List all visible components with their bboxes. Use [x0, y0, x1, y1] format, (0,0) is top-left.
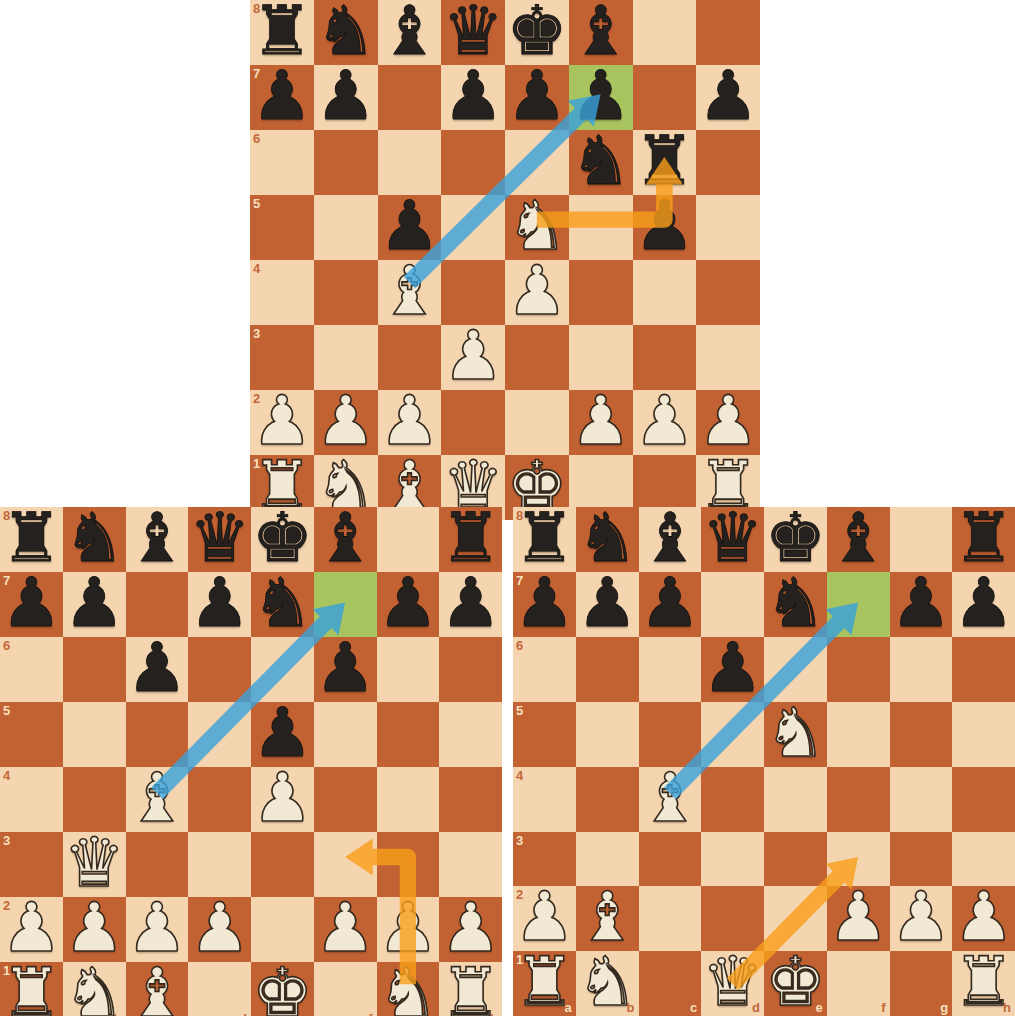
square-c2[interactable]	[639, 886, 702, 951]
rank-label-3: 3	[516, 834, 523, 847]
file-label-b: b	[627, 1001, 635, 1014]
square-c7[interactable]	[378, 65, 442, 130]
white-pawn-h2[interactable]: ♟	[953, 883, 1014, 951]
rank-label-7: 7	[516, 574, 523, 587]
white-pawn-g2[interactable]: ♟	[890, 883, 951, 951]
square-h7[interactable]: ♟	[696, 65, 760, 130]
square-a5[interactable]: 5	[513, 702, 576, 767]
rank-label-2: 2	[3, 899, 10, 912]
rank-label-6: 6	[253, 132, 260, 145]
black-pawn-f6[interactable]: ♟	[315, 634, 376, 702]
square-c4[interactable]: ♝	[126, 767, 189, 832]
black-knight-b8[interactable]: ♞	[64, 504, 125, 572]
file-label-c: c	[690, 1001, 697, 1014]
square-h1[interactable]: ♜h	[952, 951, 1015, 1016]
black-pawn-a7[interactable]: ♟	[251, 62, 312, 130]
black-pawn-h7[interactable]: ♟	[698, 62, 759, 130]
white-bishop-c4[interactable]: ♝	[379, 257, 440, 325]
file-label-d: d	[752, 1001, 760, 1014]
square-g6[interactable]	[890, 637, 953, 702]
square-g7[interactable]: ♟	[890, 572, 953, 637]
file-label-d: d	[239, 1012, 247, 1016]
square-f1[interactable]: f	[314, 962, 377, 1016]
black-knight-e7[interactable]: ♞	[765, 569, 826, 637]
square-e7[interactable]: ♟	[505, 65, 569, 130]
square-f6[interactable]	[827, 637, 890, 702]
white-knight-b1[interactable]: ♞	[64, 959, 125, 1016]
square-e1[interactable]: ♚e	[764, 951, 827, 1016]
file-label-g: g	[940, 1001, 948, 1014]
black-pawn-g7[interactable]: ♟	[377, 569, 438, 637]
square-d6[interactable]	[441, 130, 505, 195]
square-h6[interactable]	[439, 637, 502, 702]
square-f6[interactable]: ♟	[314, 637, 377, 702]
square-a1[interactable]: ♜1a	[0, 962, 63, 1016]
rank-label-3: 3	[3, 834, 10, 847]
square-e4[interactable]	[764, 767, 827, 832]
square-c3[interactable]	[639, 832, 702, 886]
square-g4[interactable]	[890, 767, 953, 832]
square-e1[interactable]: ♚e	[251, 962, 314, 1016]
black-knight-b8[interactable]: ♞	[577, 504, 638, 572]
black-pawn-f7[interactable]: ♟	[570, 62, 631, 130]
black-pawn-d6[interactable]: ♟	[702, 634, 763, 702]
square-f1[interactable]: f	[827, 951, 890, 1016]
square-f4[interactable]	[827, 767, 890, 832]
square-a4[interactable]: 4	[513, 767, 576, 832]
square-h4[interactable]	[696, 260, 760, 325]
square-c4[interactable]: ♝	[639, 767, 702, 832]
square-a5[interactable]: 5	[0, 702, 63, 767]
file-label-c: c	[177, 1012, 184, 1016]
square-g5[interactable]	[377, 702, 440, 767]
rank-label-4: 4	[3, 769, 10, 782]
square-d1[interactable]: d	[188, 962, 251, 1016]
file-label-a: a	[565, 1001, 572, 1014]
black-pawn-h7[interactable]: ♟	[440, 569, 501, 637]
square-c7[interactable]: ♟	[639, 572, 702, 637]
rank-label-5: 5	[253, 197, 260, 210]
black-king-e8[interactable]: ♚	[252, 504, 313, 572]
square-c6[interactable]	[639, 637, 702, 702]
square-g5[interactable]: ♟	[633, 195, 697, 260]
white-pawn-g2[interactable]: ♟	[377, 894, 438, 962]
black-king-e8[interactable]: ♚	[765, 504, 826, 572]
square-g6[interactable]	[377, 637, 440, 702]
square-f5[interactable]	[827, 702, 890, 767]
file-label-a: a	[52, 1012, 59, 1016]
rank-label-2: 2	[253, 392, 260, 405]
black-bishop-f8[interactable]: ♝	[315, 504, 376, 572]
square-a4[interactable]: 4	[0, 767, 63, 832]
rank-label-8: 8	[3, 509, 10, 522]
rank-label-6: 6	[516, 639, 523, 652]
black-bishop-f8[interactable]: ♝	[828, 504, 889, 572]
square-c8[interactable]: ♝	[378, 0, 442, 65]
square-h6[interactable]	[952, 637, 1015, 702]
square-d5[interactable]	[441, 195, 505, 260]
square-f8[interactable]: ♝	[314, 507, 377, 572]
top-board-grid: ♜8♞♝♛♚♝♟7♟♟♟♟♟6♞♜5♟♞♟4♝♟3♟♟2♟♟♟♟♟♜1a♞b♝c…	[250, 0, 760, 502]
black-queen-d8[interactable]: ♛	[189, 504, 250, 572]
black-pawn-b7[interactable]: ♟	[315, 62, 376, 130]
rank-label-7: 7	[253, 67, 260, 80]
square-c4[interactable]: ♝	[378, 260, 442, 325]
square-b1[interactable]: ♞b	[576, 951, 639, 1016]
square-d4[interactable]	[701, 767, 764, 832]
top-board: ♜8♞♝♛♚♝♟7♟♟♟♟♟6♞♜5♟♞♟4♝♟3♟♟2♟♟♟♟♟♜1a♞b♝c…	[250, 0, 760, 502]
square-g7[interactable]: ♟	[377, 572, 440, 637]
black-pawn-g7[interactable]: ♟	[890, 569, 951, 637]
file-label-h: h	[1003, 1001, 1011, 1014]
square-d2[interactable]: ♟	[188, 897, 251, 962]
file-label-f: f	[881, 1001, 885, 1014]
white-pawn-a2[interactable]: ♟	[251, 387, 312, 455]
square-d7[interactable]: ♟	[441, 65, 505, 130]
square-d8[interactable]: ♛	[701, 507, 764, 572]
square-h7[interactable]: ♟	[952, 572, 1015, 637]
black-pawn-g5[interactable]: ♟	[634, 192, 695, 260]
square-b5[interactable]	[576, 702, 639, 767]
square-b6[interactable]	[576, 637, 639, 702]
square-d4[interactable]	[188, 767, 251, 832]
bottom-right-board-grid: ♜8♞♝♛♚♝♜♟7♟♟♞♟♟6♟5♞4♝3♟2♝♟♟♟♜1a♞bc♛d♚efg…	[513, 507, 1015, 1016]
square-b7[interactable]: ♟	[63, 572, 126, 637]
square-f4[interactable]	[314, 767, 377, 832]
square-b5[interactable]	[63, 702, 126, 767]
square-c1[interactable]: c	[639, 951, 702, 1016]
square-h6[interactable]	[696, 130, 760, 195]
white-king-e1[interactable]: ♚	[252, 959, 313, 1016]
white-pawn-f2[interactable]: ♟	[828, 883, 889, 951]
rank-label-5: 5	[3, 704, 10, 717]
square-f5[interactable]	[569, 195, 633, 260]
square-d5[interactable]	[188, 702, 251, 767]
square-e3[interactable]	[505, 325, 569, 390]
square-g5[interactable]	[890, 702, 953, 767]
square-e7[interactable]: ♞	[251, 572, 314, 637]
white-pawn-h2[interactable]: ♟	[440, 894, 501, 962]
rank-label-5: 5	[516, 704, 523, 717]
rank-label-4: 4	[253, 262, 260, 275]
white-bishop-c4[interactable]: ♝	[126, 764, 187, 832]
square-f8[interactable]: ♝	[827, 507, 890, 572]
square-d6[interactable]	[188, 637, 251, 702]
square-c8[interactable]: ♝	[126, 507, 189, 572]
white-pawn-b2[interactable]: ♟	[315, 387, 376, 455]
black-pawn-b7[interactable]: ♟	[64, 569, 125, 637]
rank-label-1: 1	[253, 457, 260, 470]
page: ♜8♞♝♛♚♝♟7♟♟♟♟♟6♞♜5♟♞♟4♝♟3♟♟2♟♟♟♟♟♜1a♞b♝c…	[0, 0, 1015, 1016]
white-pawn-c2[interactable]: ♟	[379, 387, 440, 455]
black-pawn-c6[interactable]: ♟	[126, 634, 187, 702]
rank-label-8: 8	[516, 509, 523, 522]
rank-label-3: 3	[253, 327, 260, 340]
square-b6[interactable]	[314, 130, 378, 195]
square-b5[interactable]	[314, 195, 378, 260]
white-bishop-b2[interactable]: ♝	[577, 883, 638, 951]
black-knight-e7[interactable]: ♞	[252, 569, 313, 637]
square-f2[interactable]: ♟	[827, 886, 890, 951]
square-e4[interactable]: ♟	[251, 767, 314, 832]
bottom-left-board-grid: ♜8♞♝♛♚♝♜♟7♟♟♞♟♟6♟♟5♟4♝♟3♛♟2♟♟♟♟♟♟♜1a♞b♝c…	[0, 507, 502, 1016]
square-b4[interactable]	[576, 767, 639, 832]
square-h5[interactable]	[952, 702, 1015, 767]
square-b1[interactable]: ♞b	[63, 962, 126, 1016]
white-pawn-b2[interactable]: ♟	[64, 894, 125, 962]
square-d3[interactable]	[701, 832, 764, 886]
square-g2[interactable]: ♟	[890, 886, 953, 951]
square-c6[interactable]: ♟	[126, 637, 189, 702]
rank-label-1: 1	[516, 953, 523, 966]
square-a6[interactable]: 6	[250, 130, 314, 195]
white-knight-g1[interactable]: ♞	[377, 959, 438, 1016]
square-a4[interactable]: 4	[250, 260, 314, 325]
white-pawn-f2[interactable]: ♟	[570, 387, 631, 455]
square-f5[interactable]	[314, 702, 377, 767]
square-h4[interactable]	[952, 767, 1015, 832]
white-bishop-c1[interactable]: ♝	[126, 959, 187, 1016]
rank-label-4: 4	[516, 769, 523, 782]
bottom-right-board: ♜8♞♝♛♚♝♜♟7♟♟♞♟♟6♟5♞4♝3♟2♝♟♟♟♜1a♞bc♛d♚efg…	[513, 507, 1015, 1016]
square-a7[interactable]: ♟7	[513, 572, 576, 637]
square-f4[interactable]	[569, 260, 633, 325]
square-a6[interactable]: 6	[513, 637, 576, 702]
black-rook-g6[interactable]: ♜	[634, 127, 695, 195]
square-g2[interactable]: ♟	[633, 390, 697, 455]
square-g1[interactable]: ♞g	[377, 962, 440, 1016]
square-a7[interactable]: ♟7	[0, 572, 63, 637]
black-pawn-e7[interactable]: ♟	[506, 62, 567, 130]
square-a7[interactable]: ♟7	[250, 65, 314, 130]
square-e3[interactable]	[764, 832, 827, 886]
square-b4[interactable]	[314, 260, 378, 325]
white-pawn-h2[interactable]: ♟	[698, 387, 759, 455]
white-rook-h1[interactable]: ♜	[440, 959, 501, 1016]
file-label-e: e	[816, 1001, 823, 1014]
square-b6[interactable]	[63, 637, 126, 702]
square-e7[interactable]: ♞	[764, 572, 827, 637]
black-queen-d8[interactable]: ♛	[702, 504, 763, 572]
square-f6[interactable]: ♞	[569, 130, 633, 195]
black-pawn-d7[interactable]: ♟	[189, 569, 250, 637]
white-pawn-e4[interactable]: ♟	[506, 257, 567, 325]
square-d7[interactable]: ♟	[188, 572, 251, 637]
black-bishop-c8[interactable]: ♝	[126, 504, 187, 572]
black-pawn-d7[interactable]: ♟	[443, 62, 504, 130]
file-label-f: f	[368, 1012, 372, 1016]
black-bishop-c8[interactable]: ♝	[379, 0, 440, 65]
square-e3[interactable]	[251, 832, 314, 897]
square-b7[interactable]: ♟	[314, 65, 378, 130]
square-h7[interactable]: ♟	[439, 572, 502, 637]
white-knight-e5[interactable]: ♞	[506, 192, 567, 260]
file-label-g: g	[427, 1012, 435, 1016]
rank-label-8: 8	[253, 2, 260, 15]
black-bishop-c8[interactable]: ♝	[639, 504, 700, 572]
black-knight-f6[interactable]: ♞	[570, 127, 631, 195]
rank-label-6: 6	[3, 639, 10, 652]
white-pawn-e4[interactable]: ♟	[252, 764, 313, 832]
square-b7[interactable]: ♟	[576, 572, 639, 637]
file-label-b: b	[114, 1012, 122, 1016]
square-g4[interactable]	[377, 767, 440, 832]
square-h4[interactable]	[439, 767, 502, 832]
bottom-left-board: ♜8♞♝♛♚♝♜♟7♟♟♞♟♟6♟♟5♟4♝♟3♛♟2♟♟♟♟♟♟♜1a♞b♝c…	[0, 507, 502, 1016]
white-pawn-f2[interactable]: ♟	[315, 894, 376, 962]
white-pawn-g2[interactable]: ♟	[634, 387, 695, 455]
black-rook-h8[interactable]: ♜	[440, 504, 501, 572]
white-pawn-d3[interactable]: ♟	[443, 322, 504, 390]
white-queen-b3[interactable]: ♛	[64, 829, 125, 897]
square-h5[interactable]	[439, 702, 502, 767]
square-h5[interactable]	[696, 195, 760, 260]
white-knight-e5[interactable]: ♞	[765, 699, 826, 767]
square-g1[interactable]: g	[890, 951, 953, 1016]
black-rook-h8[interactable]: ♜	[953, 504, 1014, 572]
white-pawn-c2[interactable]: ♟	[126, 894, 187, 962]
square-g4[interactable]	[633, 260, 697, 325]
square-e5[interactable]: ♞	[764, 702, 827, 767]
rank-label-1: 1	[3, 964, 10, 977]
black-pawn-c7[interactable]: ♟	[639, 569, 700, 637]
square-c1[interactable]: ♝c	[126, 962, 189, 1016]
square-a6[interactable]: 6	[0, 637, 63, 702]
square-d3[interactable]: ♟	[441, 325, 505, 390]
white-bishop-c4[interactable]: ♝	[639, 764, 700, 832]
square-f2[interactable]: ♟	[569, 390, 633, 455]
square-a1[interactable]: ♜1a	[513, 951, 576, 1016]
file-label-h: h	[490, 1012, 498, 1016]
square-d5[interactable]	[701, 702, 764, 767]
square-g8[interactable]	[633, 0, 697, 65]
square-h1[interactable]: ♜h	[439, 962, 502, 1016]
square-f2[interactable]: ♟	[314, 897, 377, 962]
square-d6[interactable]: ♟	[701, 637, 764, 702]
square-e4[interactable]: ♟	[505, 260, 569, 325]
rank-label-2: 2	[516, 888, 523, 901]
black-pawn-h7[interactable]: ♟	[953, 569, 1014, 637]
black-pawn-e5[interactable]: ♟	[252, 699, 313, 767]
square-a5[interactable]: 5	[250, 195, 314, 260]
white-pawn-d2[interactable]: ♟	[189, 894, 250, 962]
black-pawn-b7[interactable]: ♟	[577, 569, 638, 637]
file-label-e: e	[303, 1012, 310, 1016]
square-d1[interactable]: ♛d	[701, 951, 764, 1016]
black-pawn-c5[interactable]: ♟	[379, 192, 440, 260]
rank-label-7: 7	[3, 574, 10, 587]
square-f7[interactable]	[827, 572, 890, 637]
